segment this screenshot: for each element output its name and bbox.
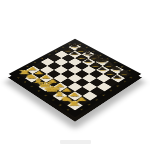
coord-file-near-c: c	[31, 85, 34, 87]
watermark	[60, 140, 91, 144]
square-f1	[53, 91, 68, 100]
square-h3	[82, 91, 97, 100]
square-g2	[68, 91, 83, 100]
coord-rank-right-7: 7	[123, 81, 126, 83]
coord-file-near-f: f	[52, 99, 55, 101]
square-e4	[68, 74, 82, 82]
square-h6	[104, 78, 118, 87]
coord-file-near-d: d	[37, 90, 41, 92]
square-g5	[89, 78, 103, 87]
coord-rank-right-4: 4	[102, 94, 106, 96]
square-f5	[82, 74, 96, 82]
coord-file-near-h: h	[67, 108, 71, 110]
square-h1	[67, 101, 82, 111]
coord-rank-right-2: 2	[87, 104, 91, 106]
square-f3	[68, 82, 83, 91]
square-h5	[97, 82, 112, 91]
coord-file-near-g: g	[59, 104, 63, 106]
chess-board: aa88bb77cc66dd55ee44ff33gg22hh11 ♜♞♝♛♚♝♞…	[9, 39, 142, 118]
coord-rank-right-3: 3	[95, 99, 99, 101]
square-h4	[90, 87, 105, 96]
coord-file-near-e: e	[44, 94, 48, 96]
square-g4	[82, 82, 97, 91]
square-f2	[60, 87, 75, 96]
coord-rank-right-1: 1	[80, 108, 84, 110]
coord-file-near-a: a	[17, 77, 21, 79]
coord-rank-right-5: 5	[109, 90, 113, 92]
square-e3	[61, 78, 75, 87]
coord-file-near-b: b	[24, 81, 28, 83]
square-g1	[60, 96, 75, 106]
coord-rank-right-6: 6	[116, 85, 120, 87]
square-f4	[75, 78, 89, 87]
chess-set-photo: aa88bb77cc66dd55ee44ff33gg22hh11 ♜♞♝♛♚♝♞…	[0, 0, 150, 150]
square-h2	[75, 96, 90, 106]
square-e1	[45, 87, 60, 96]
square-g6	[96, 74, 110, 82]
square-g3	[75, 87, 90, 96]
coord-rank-right-8: 8	[129, 77, 132, 79]
